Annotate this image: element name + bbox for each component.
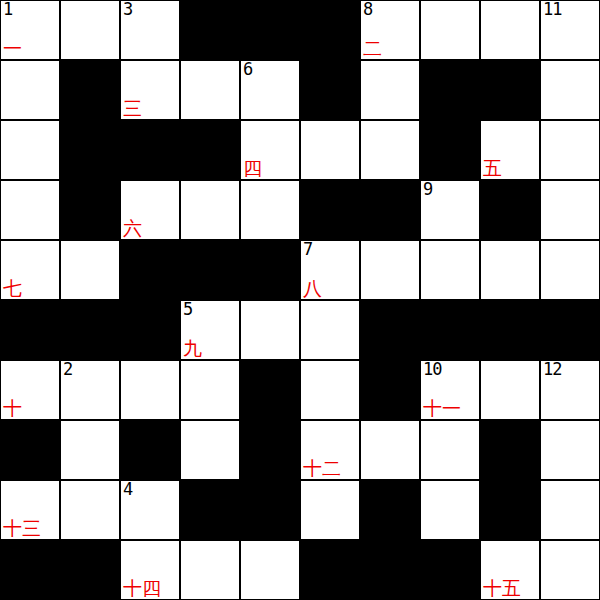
across-clue-label: 三 (123, 99, 142, 118)
across-clue-label: 十四 (123, 579, 161, 598)
cell-r3c4[interactable] (240, 180, 300, 240)
black-cell-r2c3 (180, 120, 240, 180)
cell-r3c3[interactable] (180, 180, 240, 240)
black-cell-r8c4 (240, 480, 300, 540)
cell-r9c4[interactable] (240, 540, 300, 600)
cell-r6c5[interactable] (300, 360, 360, 420)
cell-r7c6[interactable] (360, 420, 420, 480)
black-cell-r2c1 (60, 120, 120, 180)
cell-r0c6[interactable]: 8二 (360, 0, 420, 60)
down-clue-number: 5 (183, 301, 192, 319)
cell-r6c9[interactable]: 12 (540, 360, 600, 420)
cell-r2c8[interactable]: 五 (480, 120, 540, 180)
black-cell-r0c3 (180, 0, 240, 60)
cell-r3c9[interactable] (540, 180, 600, 240)
across-clue-label: 六 (123, 219, 142, 238)
cell-r6c3[interactable] (180, 360, 240, 420)
cell-r3c0[interactable] (0, 180, 60, 240)
black-cell-r3c8 (480, 180, 540, 240)
black-cell-r1c7 (420, 60, 480, 120)
black-cell-r9c0 (0, 540, 60, 600)
black-cell-r5c0 (0, 300, 60, 360)
cell-r4c6[interactable] (360, 240, 420, 300)
black-cell-r5c2 (120, 300, 180, 360)
black-cell-r9c7 (420, 540, 480, 600)
black-cell-r8c3 (180, 480, 240, 540)
down-clue-number: 9 (423, 181, 432, 199)
down-clue-number: 1 (3, 1, 12, 19)
black-cell-r4c2 (120, 240, 180, 300)
black-cell-r7c4 (240, 420, 300, 480)
black-cell-r4c3 (180, 240, 240, 300)
cell-r7c3[interactable] (180, 420, 240, 480)
black-cell-r1c5 (300, 60, 360, 120)
cell-r0c9[interactable]: 11 (540, 0, 600, 60)
down-clue-number: 10 (423, 361, 441, 379)
black-cell-r8c6 (360, 480, 420, 540)
cell-r2c0[interactable] (0, 120, 60, 180)
cell-r7c9[interactable] (540, 420, 600, 480)
cell-r5c4[interactable] (240, 300, 300, 360)
black-cell-r0c4 (240, 0, 300, 60)
cell-r8c7[interactable] (420, 480, 480, 540)
black-cell-r3c1 (60, 180, 120, 240)
cell-r4c8[interactable] (480, 240, 540, 300)
cell-r6c2[interactable] (120, 360, 180, 420)
black-cell-r4c4 (240, 240, 300, 300)
cell-r8c1[interactable] (60, 480, 120, 540)
cell-r8c2[interactable]: 4 (120, 480, 180, 540)
cell-r4c9[interactable] (540, 240, 600, 300)
black-cell-r6c6 (360, 360, 420, 420)
cell-r0c8[interactable] (480, 0, 540, 60)
cell-r4c1[interactable] (60, 240, 120, 300)
across-clue-label: 十五 (483, 579, 521, 598)
black-cell-r7c8 (480, 420, 540, 480)
cell-r9c2[interactable]: 十四 (120, 540, 180, 600)
across-clue-label: 七 (3, 279, 22, 298)
cell-r3c7[interactable]: 9 (420, 180, 480, 240)
black-cell-r3c6 (360, 180, 420, 240)
black-cell-r0c5 (300, 0, 360, 60)
cell-r8c9[interactable] (540, 480, 600, 540)
black-cell-r5c8 (480, 300, 540, 360)
cell-r2c9[interactable] (540, 120, 600, 180)
across-clue-label: 十一 (423, 399, 461, 418)
cell-r2c5[interactable] (300, 120, 360, 180)
cell-r9c9[interactable] (540, 540, 600, 600)
black-cell-r6c4 (240, 360, 300, 420)
across-clue-label: 十 (3, 399, 22, 418)
cell-r0c0[interactable]: 1一 (0, 0, 60, 60)
cell-r3c2[interactable]: 六 (120, 180, 180, 240)
cell-r0c2[interactable]: 3 (120, 0, 180, 60)
across-clue-label: 十三 (3, 519, 41, 538)
across-clue-label: 五 (483, 159, 502, 178)
black-cell-r5c1 (60, 300, 120, 360)
across-clue-label: 八 (303, 279, 322, 298)
across-clue-label: 四 (243, 159, 262, 178)
down-clue-number: 8 (363, 1, 372, 19)
black-cell-r2c2 (120, 120, 180, 180)
cell-r7c1[interactable] (60, 420, 120, 480)
across-clue-label: 九 (183, 339, 202, 358)
cell-r4c0[interactable]: 七 (0, 240, 60, 300)
black-cell-r1c1 (60, 60, 120, 120)
black-cell-r5c9 (540, 300, 600, 360)
down-clue-number: 12 (543, 361, 561, 379)
black-cell-r1c8 (480, 60, 540, 120)
down-clue-number: 7 (303, 241, 312, 259)
cell-r1c2[interactable]: 三 (120, 60, 180, 120)
down-clue-number: 11 (543, 1, 561, 19)
down-clue-number: 3 (123, 1, 132, 19)
cell-r6c7[interactable]: 10十一 (420, 360, 480, 420)
cell-r6c0[interactable]: 十 (0, 360, 60, 420)
down-clue-number: 4 (123, 481, 132, 499)
cell-r2c6[interactable] (360, 120, 420, 180)
cell-r1c6[interactable] (360, 60, 420, 120)
black-cell-r9c1 (60, 540, 120, 600)
cell-r6c8[interactable] (480, 360, 540, 420)
cell-r4c7[interactable] (420, 240, 480, 300)
cell-r8c5[interactable] (300, 480, 360, 540)
black-cell-r8c8 (480, 480, 540, 540)
cell-r9c8[interactable]: 十五 (480, 540, 540, 600)
cell-r2c4[interactable]: 四 (240, 120, 300, 180)
cell-r5c5[interactable] (300, 300, 360, 360)
cell-r0c1[interactable] (60, 0, 120, 60)
cell-r7c7[interactable] (420, 420, 480, 480)
cell-r5c3[interactable]: 5九 (180, 300, 240, 360)
black-cell-r9c6 (360, 540, 420, 600)
cell-r9c3[interactable] (180, 540, 240, 600)
black-cell-r5c6 (360, 300, 420, 360)
down-clue-number: 2 (63, 361, 72, 379)
black-cell-r3c5 (300, 180, 360, 240)
crossword-board: 1一38二11三6四五六9七7八5九十210十一12十二十三4十四十五 (0, 0, 600, 600)
black-cell-r9c5 (300, 540, 360, 600)
across-clue-label: 一 (3, 39, 22, 58)
cell-r4c5[interactable]: 7八 (300, 240, 360, 300)
down-clue-number: 6 (243, 61, 252, 79)
cell-r1c4[interactable]: 6 (240, 60, 300, 120)
across-clue-label: 二 (363, 39, 382, 58)
black-cell-r5c7 (420, 300, 480, 360)
cell-r8c0[interactable]: 十三 (0, 480, 60, 540)
cell-r1c3[interactable] (180, 60, 240, 120)
cell-r7c5[interactable]: 十二 (300, 420, 360, 480)
black-cell-r7c2 (120, 420, 180, 480)
cell-r6c1[interactable]: 2 (60, 360, 120, 420)
black-cell-r2c7 (420, 120, 480, 180)
black-cell-r7c0 (0, 420, 60, 480)
across-clue-label: 十二 (303, 459, 341, 478)
cell-r1c9[interactable] (540, 60, 600, 120)
cell-r0c7[interactable] (420, 0, 480, 60)
cell-r1c0[interactable] (0, 60, 60, 120)
